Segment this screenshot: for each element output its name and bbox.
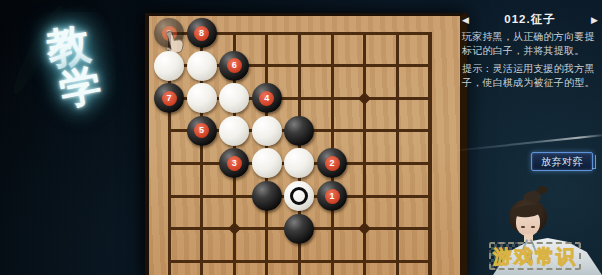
prev-lesson-button[interactable]: ◀ (462, 15, 469, 25)
star-point (358, 222, 371, 235)
move-number-badge: 6 (227, 58, 242, 73)
stone-white (219, 116, 249, 146)
hint-text: 提示：灵活运用支援的我方黑子，使白棋成为被征子的型。 (462, 62, 600, 90)
stone-white (252, 148, 282, 178)
stone-white (252, 116, 282, 146)
left-art-panel: 教 学 (0, 0, 145, 275)
grid-line-horizontal (168, 260, 433, 263)
move-number-badge: 5 (194, 123, 209, 138)
stone-white (187, 83, 217, 113)
star-point (358, 92, 371, 105)
stone-black (284, 116, 314, 146)
stone-black: 7 (154, 83, 184, 113)
app-window: 教 学 986745321 ◀ 012.征子 ▶ 玩家持黑，从正确的方向要提标记… (0, 0, 602, 275)
grid-line-vertical (428, 32, 432, 275)
stone-white (284, 148, 314, 178)
go-board[interactable]: 986745321 (145, 13, 467, 275)
instruction-text: 玩家持黑，从正确的方向要提标记的白子，并将其提取。 (462, 30, 600, 58)
stone-black: 8 (187, 18, 217, 48)
stone-black (252, 181, 282, 211)
suggested-move-stone[interactable]: 9 (154, 18, 184, 48)
stone-black: 5 (187, 116, 217, 146)
next-lesson-button[interactable]: ▶ (591, 15, 598, 25)
character-eye-right (531, 226, 535, 228)
move-number-badge: 1 (325, 189, 340, 204)
grid-line-vertical (363, 32, 366, 275)
stone-white (284, 181, 314, 211)
move-number-badge: 3 (227, 156, 242, 171)
game-knowledge-overlay[interactable]: 游戏常识 (489, 242, 581, 270)
stone-black (284, 214, 314, 244)
stone-black: 2 (317, 148, 347, 178)
move-number-badge: 8 (194, 26, 209, 41)
marked-stone-circle (290, 187, 308, 205)
lesson-nav: ◀ 012.征子 ▶ (462, 12, 598, 27)
star-point (228, 222, 241, 235)
move-number-badge: 2 (325, 156, 340, 171)
stone-black: 6 (219, 51, 249, 81)
stone-white (154, 51, 184, 81)
light-streak (448, 134, 602, 153)
stone-white (219, 83, 249, 113)
stone-black: 3 (219, 148, 249, 178)
stone-white (187, 51, 217, 81)
give-up-button[interactable]: 放弃对弈 (531, 152, 593, 171)
character-eye-left (521, 226, 525, 228)
stone-black: 1 (317, 181, 347, 211)
move-number-badge: 7 (162, 91, 177, 106)
move-number-badge: 4 (259, 91, 274, 106)
lesson-title: 012.征子 (504, 12, 555, 27)
grid-line-vertical (396, 32, 399, 275)
stone-black: 4 (252, 83, 282, 113)
